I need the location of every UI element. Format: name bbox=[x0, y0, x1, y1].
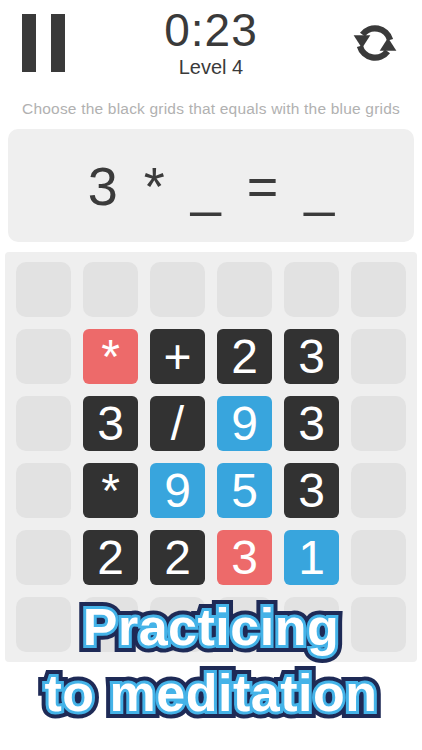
promo-line-2: to meditation to meditation to meditatio… bbox=[0, 664, 422, 724]
grid-cell-r4c2[interactable]: * bbox=[83, 463, 138, 518]
equation-operand-1: 3 bbox=[88, 155, 118, 217]
promo-line-1: Practicing Practicing Practicing bbox=[0, 598, 422, 658]
grid-cell-r4c3[interactable]: 9 bbox=[150, 463, 205, 518]
promo-line-2-text: to meditation bbox=[45, 664, 378, 722]
promo-line-1-text: Practicing bbox=[83, 598, 339, 656]
grid-cell-r2c6 bbox=[351, 329, 406, 384]
grid-cell-r5c6 bbox=[351, 530, 406, 585]
grid-cell-r1c5 bbox=[284, 262, 339, 317]
equation-panel: 3 * _ = _ bbox=[8, 129, 414, 242]
grid-cell-r4c4[interactable]: 5 bbox=[217, 463, 272, 518]
grid-cell-r3c4[interactable]: 9 bbox=[217, 396, 272, 451]
grid-cell-r4c6 bbox=[351, 463, 406, 518]
grid-cell-r3c3[interactable]: / bbox=[150, 396, 205, 451]
grid-cell-r3c1 bbox=[16, 396, 71, 451]
grid-cell-r5c4[interactable]: 3 bbox=[217, 530, 272, 585]
grid-cell-r5c1 bbox=[16, 530, 71, 585]
grid-cell-r1c3 bbox=[150, 262, 205, 317]
grid-cell-r5c2[interactable]: 2 bbox=[83, 530, 138, 585]
grid-cell-r4c1 bbox=[16, 463, 71, 518]
grid-cell-r2c1 bbox=[16, 329, 71, 384]
grid-cell-r2c3[interactable]: + bbox=[150, 329, 205, 384]
grid-cell-r3c5[interactable]: 3 bbox=[284, 396, 339, 451]
grid-cell-r4c5[interactable]: 3 bbox=[284, 463, 339, 518]
grid-cell-r5c3[interactable]: 2 bbox=[150, 530, 205, 585]
grid-cell-r2c2[interactable]: * bbox=[83, 329, 138, 384]
grid-cell-r5c5[interactable]: 1 bbox=[284, 530, 339, 585]
grid-cell-r1c6 bbox=[351, 262, 406, 317]
app-screen: 0:23 Level 4 Choose the black grids that… bbox=[0, 0, 422, 750]
equation-equals-sign: = bbox=[247, 155, 279, 217]
instruction-text: Choose the black grids that equals with … bbox=[0, 100, 422, 118]
grid-cell-r3c2[interactable]: 3 bbox=[83, 396, 138, 451]
equation-operator: * bbox=[144, 155, 165, 217]
grid-cell-r2c4[interactable]: 2 bbox=[217, 329, 272, 384]
refresh-icon bbox=[350, 17, 400, 69]
equation-blank-2: _ bbox=[304, 155, 334, 217]
grid-cell-r3c6 bbox=[351, 396, 406, 451]
grid-cell-r1c1 bbox=[16, 262, 71, 317]
grid-cell-r1c4 bbox=[217, 262, 272, 317]
restart-button[interactable] bbox=[350, 17, 400, 69]
grid-cell-r2c5[interactable]: 3 bbox=[284, 329, 339, 384]
grid-cell-r1c2 bbox=[83, 262, 138, 317]
equation-blank-1: _ bbox=[191, 155, 221, 217]
